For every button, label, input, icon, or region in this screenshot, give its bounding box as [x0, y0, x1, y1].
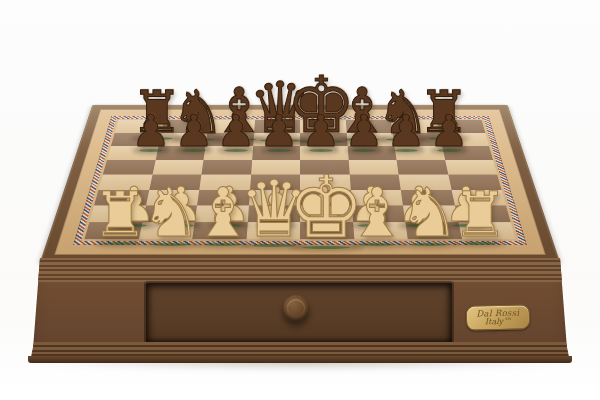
- piece-dark-pawn-a7[interactable]: ♟: [129, 109, 173, 153]
- drawer-knob[interactable]: [283, 295, 309, 321]
- piece-dark-pawn-f7[interactable]: ♟: [342, 109, 386, 153]
- piece-dark-pawn-g7[interactable]: ♟: [384, 109, 428, 153]
- product-photo-scene: Dal Rossi Italy™ ♜♞♝♛♚♝♞♜♟♟♟♟♟♟♟♟♟♟♟♟♟♟♟…: [0, 0, 600, 400]
- piece-dark-pawn-h7[interactable]: ♟: [427, 109, 471, 153]
- piece-light-rook-h1[interactable]: ♜: [449, 184, 511, 246]
- brand-plaque: Dal Rossi Italy™: [466, 304, 531, 331]
- ground-shadow: [28, 352, 572, 370]
- brand-plaque-line2: Italy™: [485, 318, 511, 327]
- piece-dark-pawn-b7[interactable]: ♟: [172, 109, 216, 153]
- piece-dark-pawn-e7[interactable]: ♟: [299, 109, 343, 153]
- brand-plaque-line1: Dal Rossi: [476, 308, 519, 318]
- piece-dark-pawn-c7[interactable]: ♟: [214, 109, 258, 153]
- piece-dark-pawn-d7[interactable]: ♟: [257, 109, 301, 153]
